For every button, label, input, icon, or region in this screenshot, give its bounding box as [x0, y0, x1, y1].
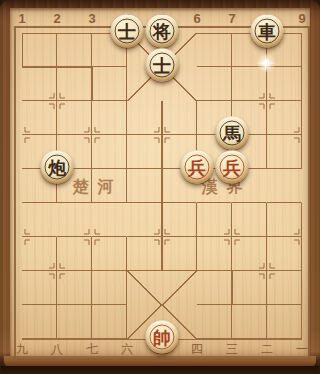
file-label-top: 3 — [88, 12, 95, 26]
grid-cell[interactable] — [57, 305, 92, 339]
star-point-marker — [48, 262, 66, 280]
grid-cell[interactable] — [22, 305, 57, 339]
star-point-marker — [258, 262, 276, 280]
piece-black-general[interactable]: 将 — [146, 15, 179, 48]
file-label-bottom: 九 — [16, 342, 28, 356]
star-point-marker — [153, 126, 171, 144]
file-label-bottom: 一 — [296, 342, 308, 356]
piece-character: 兵 — [188, 158, 206, 176]
last-move-sparkle — [255, 52, 277, 74]
grid-cell[interactable] — [267, 305, 302, 339]
file-label-top: 6 — [193, 12, 200, 26]
star-point-marker — [153, 228, 171, 246]
piece-red-soldier[interactable]: 兵 — [216, 151, 249, 184]
grid-cell[interactable] — [197, 271, 232, 305]
star-point-marker — [83, 228, 101, 246]
file-label-bottom: 六 — [121, 342, 133, 356]
file-label-bottom: 七 — [86, 342, 98, 356]
grid-cell[interactable] — [57, 33, 92, 67]
star-point-marker — [13, 228, 31, 246]
grid-cell[interactable] — [92, 339, 127, 340]
star-point-marker — [13, 126, 31, 144]
piece-red-general[interactable]: 帥 — [146, 321, 179, 354]
piece-character: 士 — [118, 22, 136, 40]
star-point-marker — [223, 228, 241, 246]
star-point-marker — [293, 228, 311, 246]
file-label-top: 9 — [298, 12, 305, 26]
grid-cell[interactable] — [92, 271, 127, 305]
grid-cell[interactable] — [197, 339, 232, 340]
star-point-marker — [83, 126, 101, 144]
grid-cell[interactable] — [92, 305, 127, 339]
piece-black-chariot[interactable]: 車 — [251, 15, 284, 48]
file-label-bottom: 三 — [226, 342, 238, 356]
grid-cell[interactable] — [197, 305, 232, 339]
star-point-marker — [293, 126, 311, 144]
piece-character: 車 — [258, 22, 276, 40]
piece-black-horse[interactable]: 馬 — [216, 117, 249, 150]
piece-black-cannon[interactable]: 炮 — [41, 151, 74, 184]
piece-character: 兵 — [223, 158, 241, 176]
piece-black-advisor[interactable]: 士 — [146, 49, 179, 82]
file-label-top: 7 — [228, 12, 235, 26]
grid-cell[interactable] — [267, 169, 302, 203]
piece-character: 帥 — [153, 328, 171, 346]
grid-cell[interactable] — [197, 67, 232, 101]
piece-character: 馬 — [223, 124, 241, 142]
grid-cell[interactable] — [232, 305, 267, 339]
file-label-bottom: 四 — [191, 342, 203, 356]
grid-cell[interactable] — [197, 33, 232, 67]
grid-cell[interactable] — [22, 339, 57, 340]
star-point-marker — [258, 92, 276, 110]
xiangqi-board: 123456789九八七六五四三二一楚河漢界士将車士馬炮兵兵帥 — [0, 0, 320, 374]
piece-red-soldier[interactable]: 兵 — [181, 151, 214, 184]
piece-character: 士 — [153, 56, 171, 74]
board-shadow — [0, 366, 320, 374]
grid-cell[interactable] — [232, 339, 267, 340]
grid-cell[interactable] — [92, 67, 127, 101]
file-label-top: 2 — [53, 12, 60, 26]
grid-cell[interactable] — [22, 33, 57, 67]
star-point-marker — [48, 92, 66, 110]
file-label-top: 1 — [18, 12, 25, 26]
grid-cell[interactable] — [267, 339, 302, 340]
river-text-left: 楚河 — [64, 177, 123, 198]
piece-character: 将 — [153, 22, 171, 40]
piece-black-advisor[interactable]: 士 — [111, 15, 144, 48]
piece-character: 炮 — [48, 158, 66, 176]
grid-cell[interactable] — [127, 169, 162, 203]
grid-cell[interactable] — [57, 339, 92, 340]
file-label-bottom: 八 — [51, 342, 63, 356]
file-label-bottom: 二 — [261, 342, 273, 356]
